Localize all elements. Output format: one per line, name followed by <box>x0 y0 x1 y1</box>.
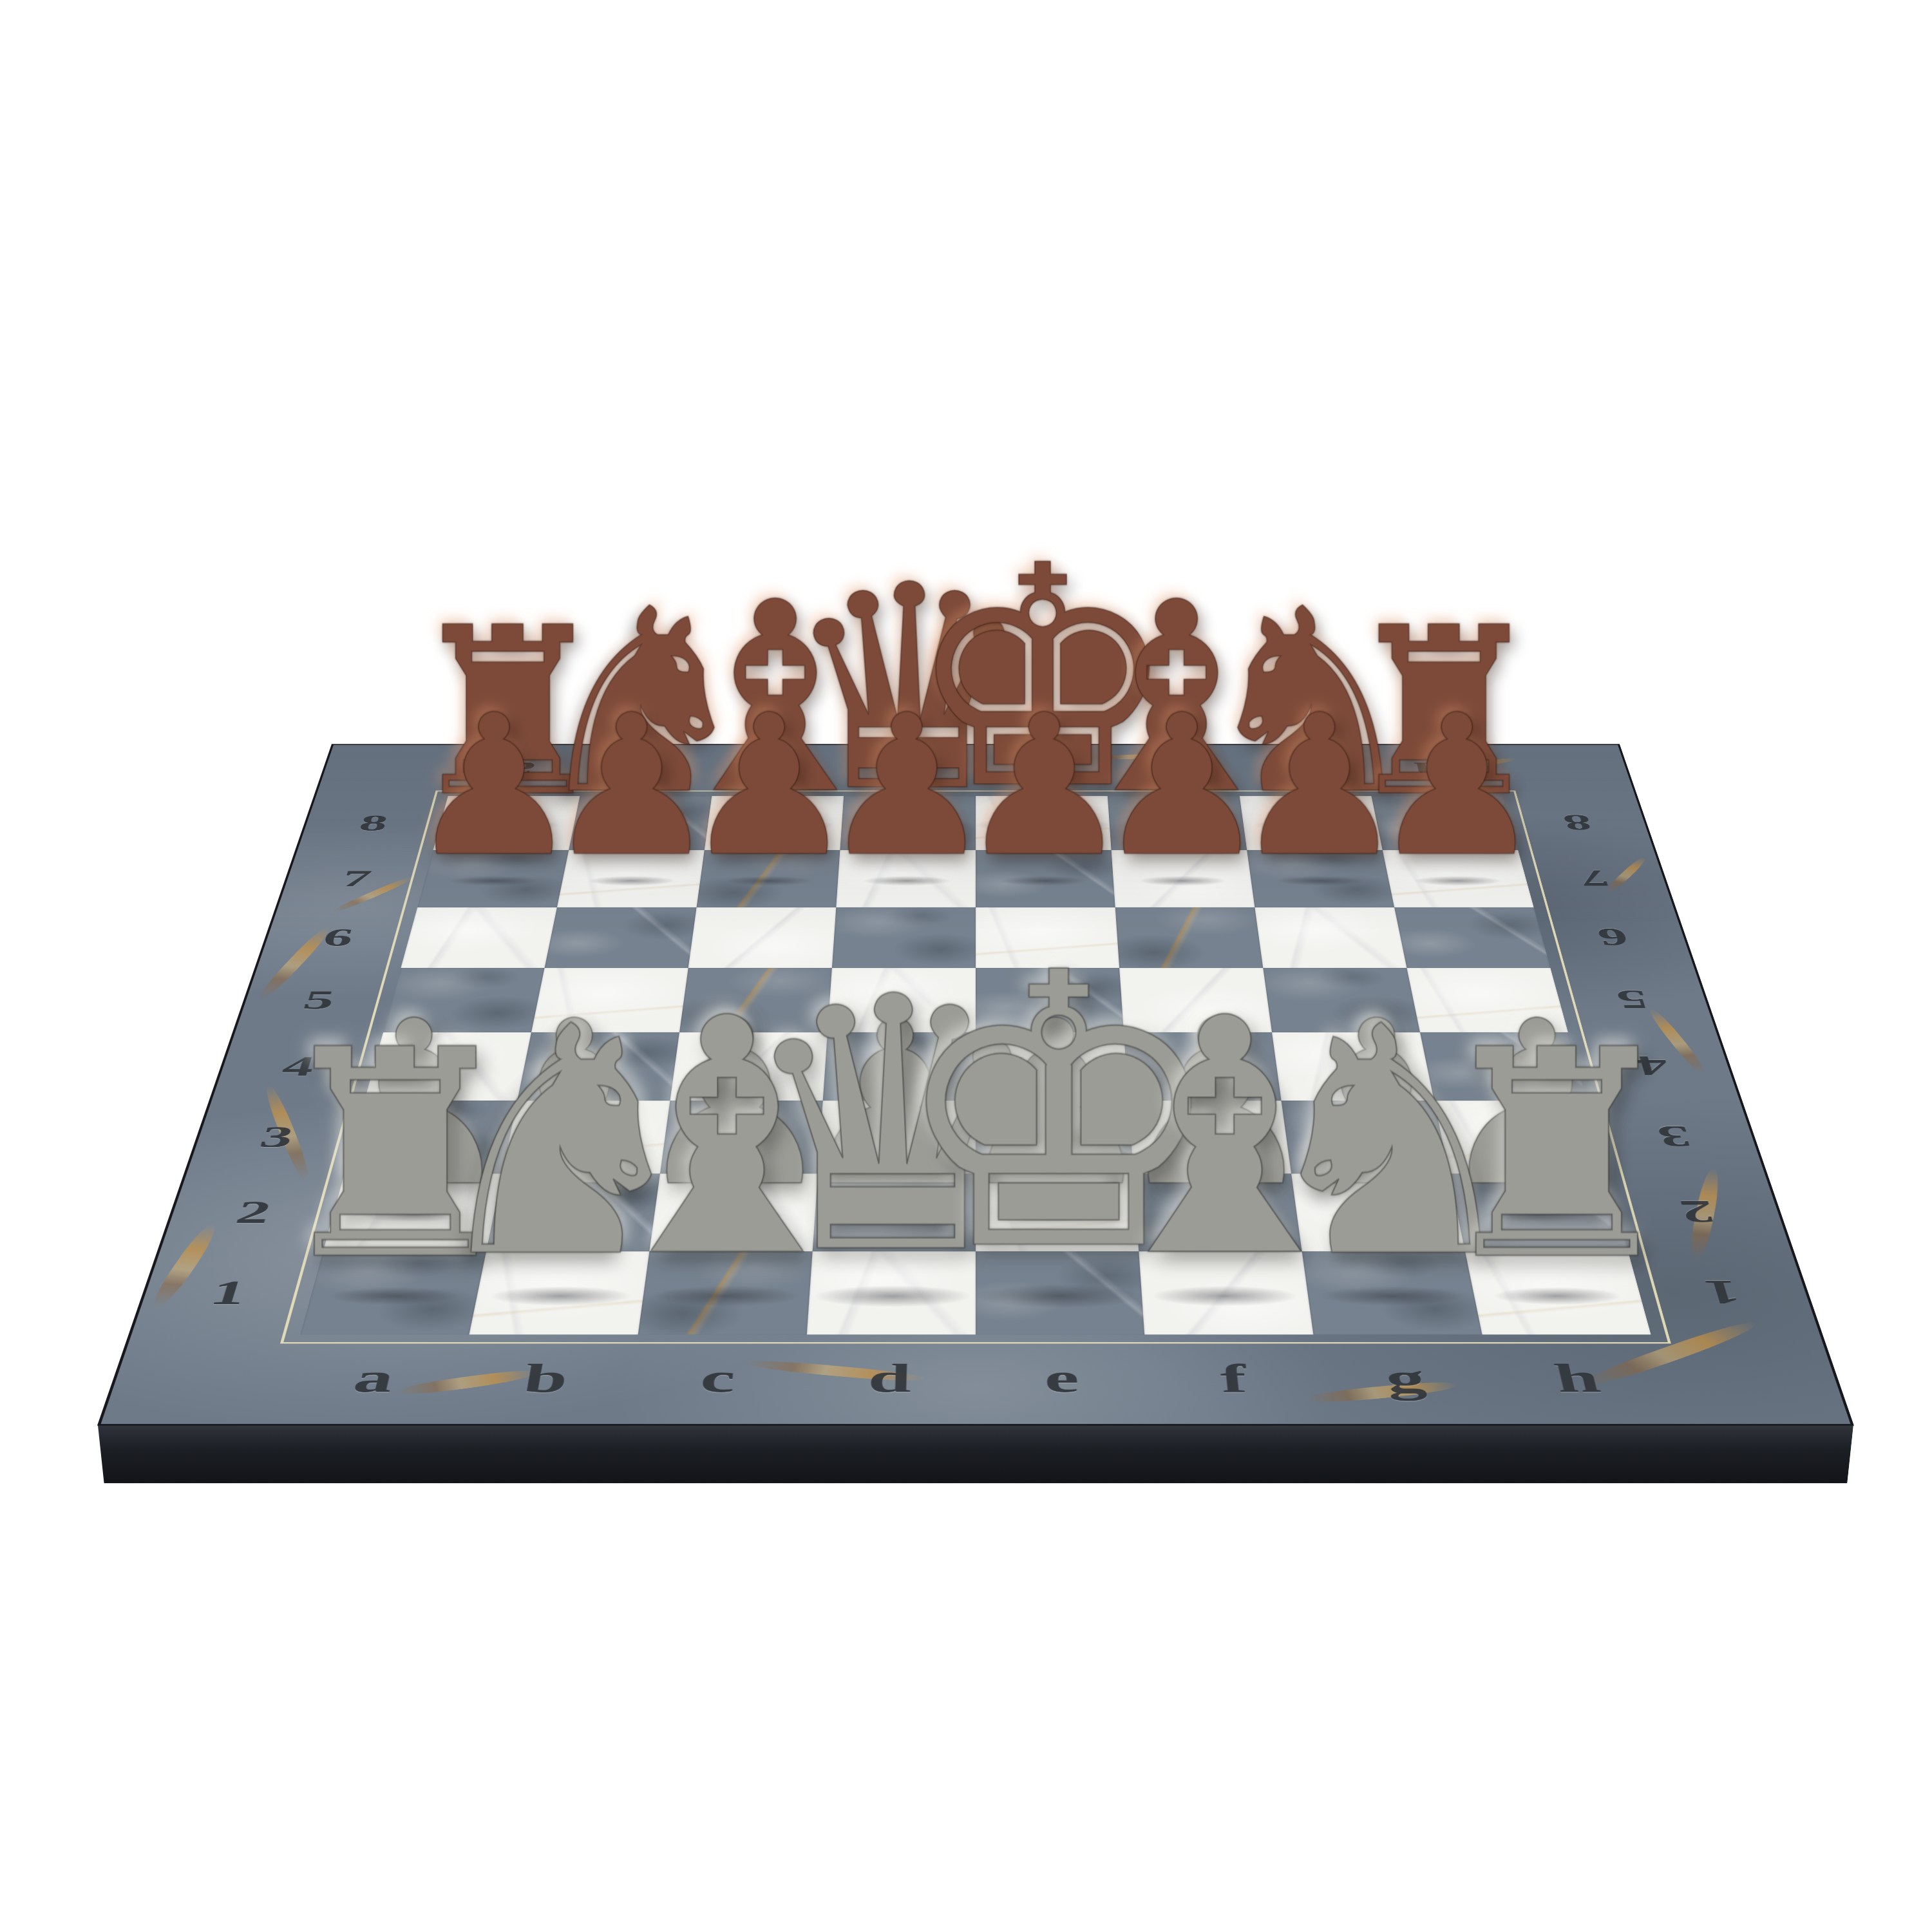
chess-board: aabbccddeeffgghh8877665544332211♜♞♝♛♚♝♞♜… <box>101 745 1851 1425</box>
scene: aabbccddeeffgghh8877665544332211♜♞♝♛♚♝♞♜… <box>0 0 1932 1932</box>
board-side-edge <box>98 1424 1853 1483</box>
piece-black-pawn-h7[interactable]: ♟ <box>1327 678 1587 878</box>
photo-backdrop: aabbccddeeffgghh8877665544332211♜♞♝♛♚♝♞♜… <box>0 0 1932 1932</box>
piece-white-rook-h1[interactable]: ♜ <box>1364 996 1748 1292</box>
